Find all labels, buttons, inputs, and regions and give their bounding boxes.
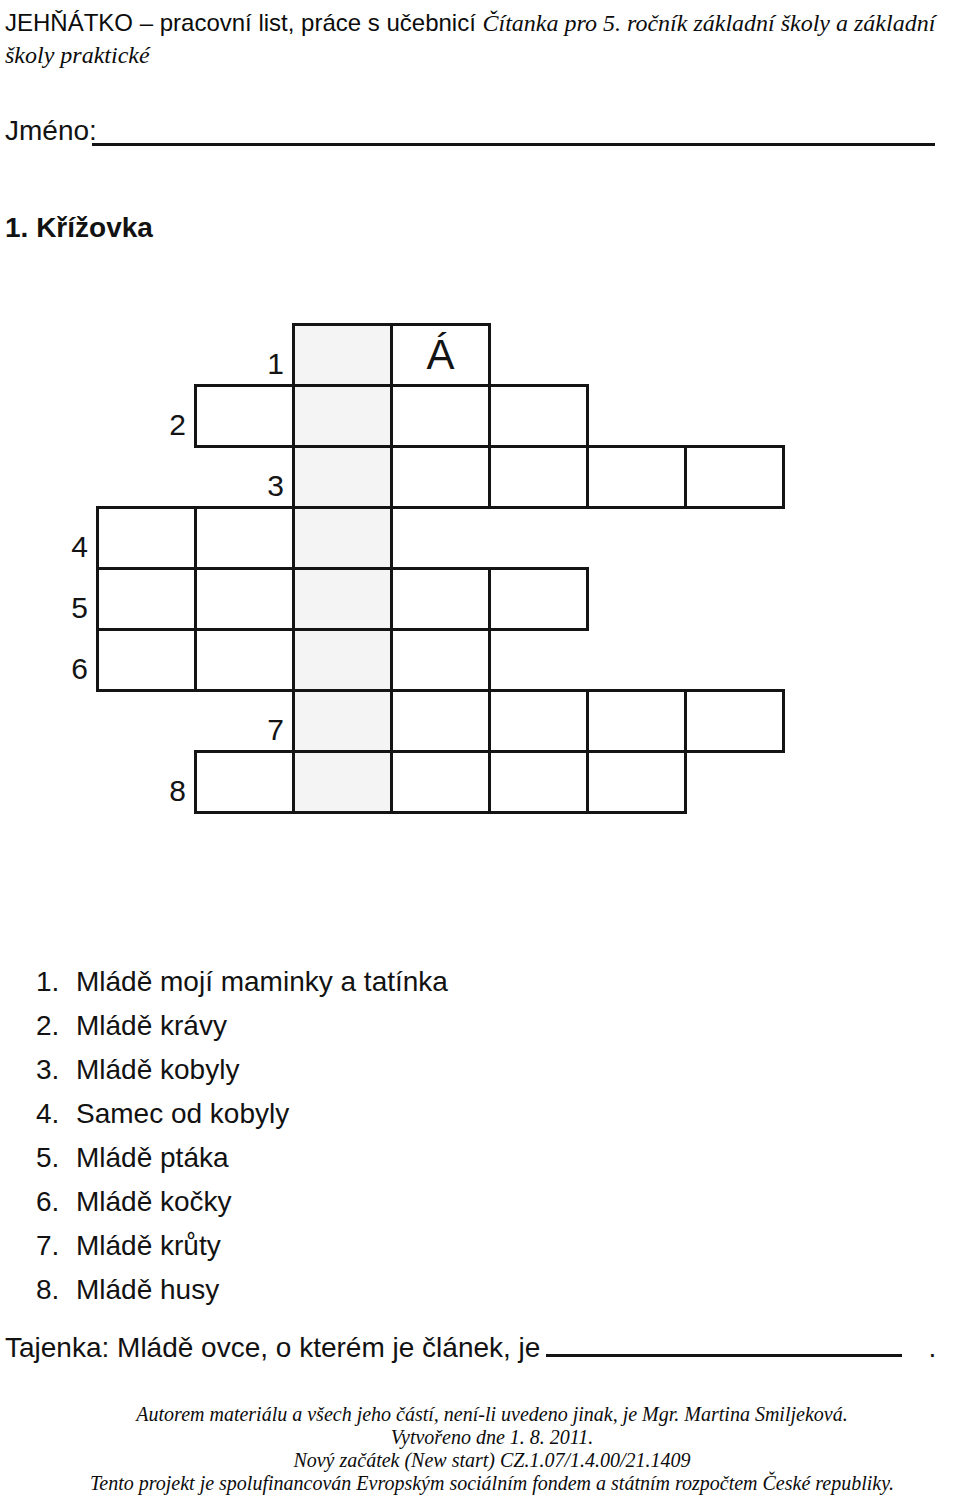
crossword-cell-r7-c6[interactable] <box>586 689 687 753</box>
footer-line-2: Vytvořeno dne 1. 8. 2011. <box>24 1426 960 1449</box>
crossword-cell-r3-c5[interactable] <box>488 445 589 509</box>
clue-text: Mládě husy <box>76 1274 219 1306</box>
crossword-cell-r4-c2[interactable] <box>194 506 295 570</box>
clue-text: Mládě kobyly <box>76 1054 239 1086</box>
crossword-row-label-5: 5 <box>0 567 96 628</box>
crossword-cell-r7-c7[interactable] <box>684 689 785 753</box>
crossword-cell-r6-c3-secret[interactable] <box>292 628 393 692</box>
crossword-cell-r8-c6[interactable] <box>586 750 687 814</box>
clue-text: Mládě kočky <box>76 1186 232 1218</box>
crossword-cell-r3-c3-secret[interactable] <box>292 445 393 509</box>
crossword-cell-r6-c2[interactable] <box>194 628 295 692</box>
clue-text: Mládě mojí maminky a tatínka <box>76 966 448 998</box>
crossword-cell-r1-c3-secret[interactable] <box>292 323 393 387</box>
clue-item-7: 7.Mládě krůty <box>36 1224 448 1268</box>
clue-number: 1. <box>36 966 76 998</box>
crossword-cell-r5-c5[interactable] <box>488 567 589 631</box>
crossword-cell-r8-c4[interactable] <box>390 750 491 814</box>
clue-item-1: 1.Mládě mojí maminky a tatínka <box>36 960 448 1004</box>
answer-prefix: Tajenka: Mládě ovce, o kterém je článek,… <box>5 1332 540 1363</box>
crossword-grid: 1Á2345678 <box>0 0 960 900</box>
clue-number: 4. <box>36 1098 76 1130</box>
clue-number: 5. <box>36 1142 76 1174</box>
clue-item-6: 6.Mládě kočky <box>36 1180 448 1224</box>
answer-suffix: . <box>902 1332 936 1363</box>
footer-line-1: Autorem materiálu a všech jeho částí, ne… <box>24 1403 960 1426</box>
crossword-cell-r8-c2[interactable] <box>194 750 295 814</box>
answer-blank-line[interactable] <box>546 1328 902 1357</box>
clue-number: 3. <box>36 1054 76 1086</box>
clue-text: Mládě krávy <box>76 1010 227 1042</box>
clue-item-3: 3.Mládě kobyly <box>36 1048 448 1092</box>
crossword-cell-r7-c4[interactable] <box>390 689 491 753</box>
clue-item-4: 4.Samec od kobyly <box>36 1092 448 1136</box>
clue-item-8: 8.Mládě husy <box>36 1268 448 1312</box>
answer-row: Tajenka: Mládě ovce, o kterém je článek,… <box>5 1328 936 1364</box>
crossword-cell-r8-c3-secret[interactable] <box>292 750 393 814</box>
clue-text: Mládě krůty <box>76 1230 221 1262</box>
crossword-cell-r3-c4[interactable] <box>390 445 491 509</box>
footer-credits: Autorem materiálu a všech jeho částí, ne… <box>24 1403 960 1495</box>
crossword-cell-r6-c4[interactable] <box>390 628 491 692</box>
clue-number: 2. <box>36 1010 76 1042</box>
clue-number: 7. <box>36 1230 76 1262</box>
crossword-cell-r4-c1[interactable] <box>96 506 197 570</box>
footer-line-4: Tento projekt je spolufinancován Evropsk… <box>24 1472 960 1495</box>
clue-text: Mládě ptáka <box>76 1142 229 1174</box>
crossword-cell-r6-c1[interactable] <box>96 628 197 692</box>
crossword-cell-r1-c4[interactable]: Á <box>390 323 491 387</box>
crossword-cell-r2-c2[interactable] <box>194 384 295 448</box>
clue-list: 1.Mládě mojí maminky a tatínka2.Mládě kr… <box>36 960 448 1312</box>
crossword-cell-r5-c4[interactable] <box>390 567 491 631</box>
crossword-row-label-6: 6 <box>0 628 96 689</box>
crossword-cell-r7-c3-secret[interactable] <box>292 689 393 753</box>
crossword-row-label-7: 7 <box>194 689 292 750</box>
crossword-row-label-8: 8 <box>96 750 194 811</box>
footer-line-3: Nový začátek (New start) CZ.1.07/1.4.00/… <box>24 1449 960 1472</box>
clue-item-2: 2.Mládě krávy <box>36 1004 448 1048</box>
crossword-cell-r2-c4[interactable] <box>390 384 491 448</box>
crossword-cell-r3-c7[interactable] <box>684 445 785 509</box>
crossword-cell-r2-c5[interactable] <box>488 384 589 448</box>
crossword-cell-r5-c2[interactable] <box>194 567 295 631</box>
crossword-cell-r3-c6[interactable] <box>586 445 687 509</box>
crossword-cell-r4-c3-secret[interactable] <box>292 506 393 570</box>
crossword-cell-r7-c5[interactable] <box>488 689 589 753</box>
crossword-row-label-1: 1 <box>194 323 292 384</box>
crossword-row-label-4: 4 <box>0 506 96 567</box>
crossword-cell-r8-c5[interactable] <box>488 750 589 814</box>
clue-number: 6. <box>36 1186 76 1218</box>
crossword-cell-r5-c1[interactable] <box>96 567 197 631</box>
clue-item-5: 5.Mládě ptáka <box>36 1136 448 1180</box>
clue-text: Samec od kobyly <box>76 1098 289 1130</box>
crossword-cell-r5-c3-secret[interactable] <box>292 567 393 631</box>
crossword-row-label-3: 3 <box>194 445 292 506</box>
clue-number: 8. <box>36 1274 76 1306</box>
crossword-row-label-2: 2 <box>96 384 194 445</box>
crossword-cell-r2-c3-secret[interactable] <box>292 384 393 448</box>
